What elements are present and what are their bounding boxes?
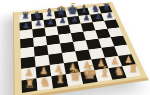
- square-d4[interactable]: [60, 42, 75, 53]
- square-f4[interactable]: [86, 39, 102, 50]
- square-h4[interactable]: [111, 36, 127, 47]
- square-g4[interactable]: [98, 37, 114, 48]
- square-g5[interactable]: [95, 29, 110, 39]
- piece-natural-wood-rook[interactable]: ♜: [14, 78, 46, 90]
- chess-board[interactable]: ♜♞♝♛♚♝♞♜♟♟♟♟♟♟♟♟♟♟♟♟♟♟♟♟♜♞♝♛♚♝♞♜: [19, 6, 140, 93]
- chess-set-photo: ♜♞♝♛♚♝♞♜♟♟♟♟♟♟♟♟♟♟♟♟♟♟♟♟♜♞♝♛♚♝♞♜: [0, 0, 150, 95]
- square-c4[interactable]: [47, 43, 62, 54]
- board-frame: ♜♞♝♛♚♝♞♜♟♟♟♟♟♟♟♟♟♟♟♟♟♟♟♟♜♞♝♛♚♝♞♜: [13, 2, 149, 95]
- piece-navy-pawn[interactable]: ♟: [13, 21, 39, 29]
- square-a1[interactable]: ♜: [22, 78, 38, 93]
- square-a6[interactable]: [20, 29, 33, 39]
